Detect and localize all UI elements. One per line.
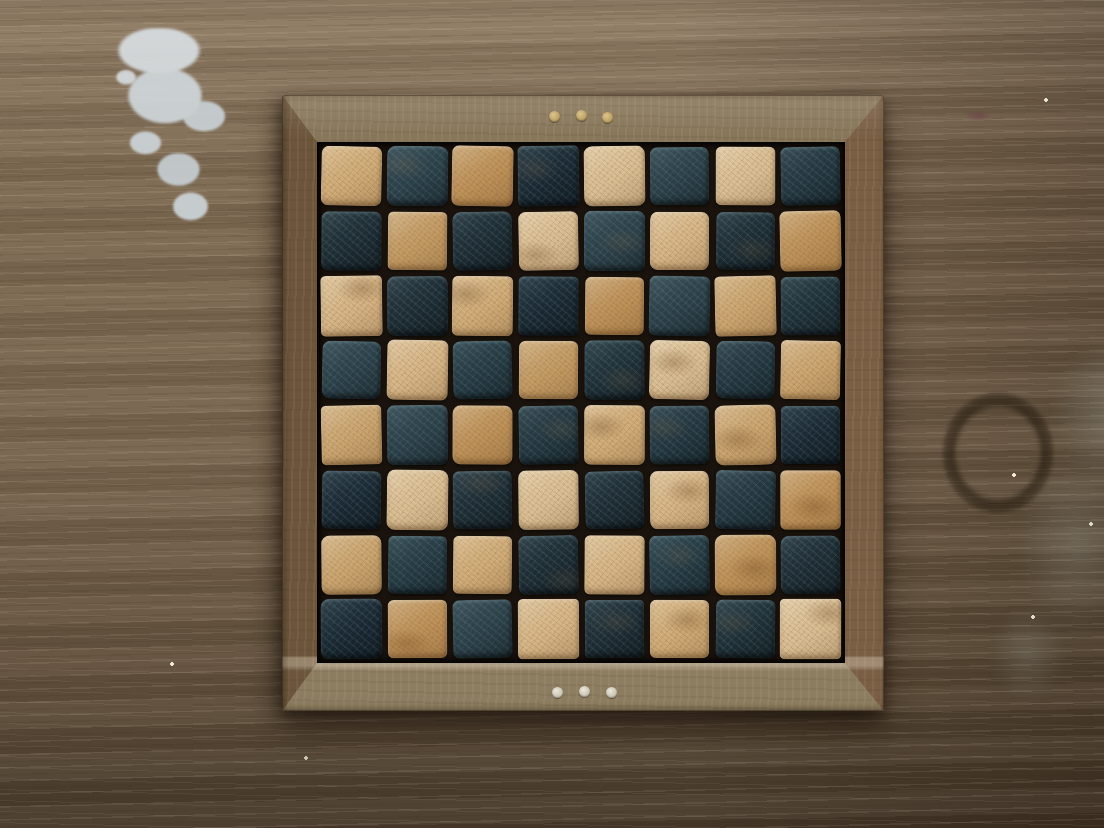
- board-square-c4[interactable]: [453, 405, 513, 464]
- wood-grain-smudge: [716, 212, 775, 270]
- board-square-g8[interactable]: [715, 147, 775, 206]
- dowel-pin-bottom-1: [552, 687, 563, 698]
- board-square-h7[interactable]: [780, 210, 842, 271]
- board-square-h5[interactable]: [780, 340, 841, 400]
- wood-grain-smudge: [780, 599, 841, 659]
- board-square-c7[interactable]: [452, 211, 512, 271]
- table-surface: [0, 0, 1104, 828]
- wood-grain-smudge: [320, 275, 382, 336]
- board-square-e4[interactable]: [584, 405, 645, 465]
- brass-pin-top-2: [576, 110, 587, 121]
- board-square-g3[interactable]: [715, 470, 776, 530]
- board-grid: [317, 142, 845, 663]
- board-square-d8[interactable]: [517, 145, 579, 206]
- board-square-a4[interactable]: [321, 405, 382, 466]
- dowel-pin-bottom-2: [579, 686, 590, 697]
- wood-grain-smudge: [386, 146, 447, 207]
- board-square-c3[interactable]: [453, 470, 513, 529]
- board-square-e7[interactable]: [583, 211, 644, 271]
- wood-grain-smudge: [714, 404, 776, 465]
- wood-grain-smudge: [714, 534, 776, 595]
- board-square-a3[interactable]: [321, 470, 381, 529]
- board-square-b7[interactable]: [387, 211, 447, 270]
- brass-pin-top-1: [549, 111, 560, 122]
- wood-grain-smudge: [517, 145, 579, 206]
- board-square-f2[interactable]: [649, 534, 710, 594]
- wood-grain-smudge: [452, 275, 513, 335]
- board-square-c5[interactable]: [453, 341, 513, 400]
- wood-grain-smudge: [584, 600, 643, 658]
- board-square-b3[interactable]: [386, 469, 448, 530]
- board-square-f7[interactable]: [650, 211, 709, 269]
- board-square-f6[interactable]: [649, 275, 711, 336]
- board-square-a8[interactable]: [321, 146, 382, 206]
- board-square-g6[interactable]: [714, 275, 776, 336]
- board-square-g7[interactable]: [716, 212, 775, 270]
- wood-grain-smudge: [715, 600, 775, 659]
- wood-grain-smudge: [518, 405, 578, 465]
- board-square-d6[interactable]: [518, 276, 578, 335]
- board-square-b2[interactable]: [387, 535, 446, 593]
- board-square-f5[interactable]: [649, 340, 710, 400]
- board-square-b5[interactable]: [386, 340, 448, 401]
- board-square-c6[interactable]: [452, 275, 513, 335]
- brass-pin-top-3: [602, 112, 613, 123]
- board-square-a7[interactable]: [321, 211, 381, 271]
- board-square-h3[interactable]: [781, 470, 841, 529]
- board-square-d3[interactable]: [518, 470, 579, 530]
- wood-grain-smudge: [518, 534, 579, 594]
- board-square-c1[interactable]: [452, 599, 512, 658]
- wood-grain-smudge: [453, 470, 513, 529]
- board-square-e3[interactable]: [584, 470, 644, 529]
- board-square-g1[interactable]: [715, 600, 775, 659]
- board-square-b6[interactable]: [387, 275, 448, 335]
- board-square-c8[interactable]: [451, 145, 513, 206]
- board-square-e5[interactable]: [584, 341, 644, 400]
- board-square-h4[interactable]: [781, 406, 840, 464]
- board-square-h6[interactable]: [781, 276, 841, 335]
- board-square-f1[interactable]: [650, 600, 709, 658]
- board-square-h2[interactable]: [781, 535, 841, 594]
- board-square-h8[interactable]: [780, 146, 840, 206]
- board-square-g4[interactable]: [714, 404, 776, 465]
- board-square-f4[interactable]: [649, 405, 709, 464]
- board-square-d7[interactable]: [518, 211, 579, 271]
- board-square-g5[interactable]: [715, 341, 774, 399]
- board-square-b4[interactable]: [386, 405, 447, 465]
- wood-grain-smudge: [649, 405, 709, 464]
- wood-grain-smudge: [650, 600, 709, 658]
- wood-grain-smudge: [650, 470, 709, 528]
- board-square-a5[interactable]: [322, 341, 381, 400]
- board-square-e8[interactable]: [583, 145, 645, 206]
- board-square-e1[interactable]: [584, 600, 643, 658]
- board-square-e6[interactable]: [584, 276, 643, 334]
- wood-grain-smudge: [649, 340, 710, 400]
- wood-grain-smudge: [649, 534, 710, 594]
- board-square-a1[interactable]: [320, 599, 382, 660]
- board-square-d2[interactable]: [518, 534, 579, 594]
- board-square-h1[interactable]: [780, 599, 841, 659]
- wood-grain-smudge: [583, 211, 644, 271]
- wood-grain-smudge: [584, 405, 645, 465]
- board-square-f3[interactable]: [650, 470, 709, 528]
- board-square-e2[interactable]: [584, 535, 644, 594]
- board-square-c2[interactable]: [453, 535, 512, 593]
- wood-grain-smudge: [387, 600, 446, 659]
- board-square-d5[interactable]: [518, 341, 577, 400]
- board-square-b8[interactable]: [386, 146, 447, 207]
- wood-grain-smudge: [584, 341, 644, 400]
- board-square-b1[interactable]: [387, 600, 446, 659]
- wood-grain-smudge: [781, 470, 841, 529]
- board-square-a6[interactable]: [320, 275, 382, 336]
- board-square-f8[interactable]: [650, 147, 709, 205]
- board-square-d4[interactable]: [518, 405, 578, 465]
- paint-splatter-stain: [84, 28, 234, 233]
- wood-grain-smudge: [518, 211, 579, 271]
- dowel-pin-bottom-3: [606, 687, 617, 698]
- board-square-a2[interactable]: [321, 535, 381, 595]
- water-stain: [986, 318, 1104, 708]
- checkerboard: [282, 95, 884, 711]
- board-square-d1[interactable]: [518, 599, 579, 659]
- board-square-g2[interactable]: [714, 534, 776, 595]
